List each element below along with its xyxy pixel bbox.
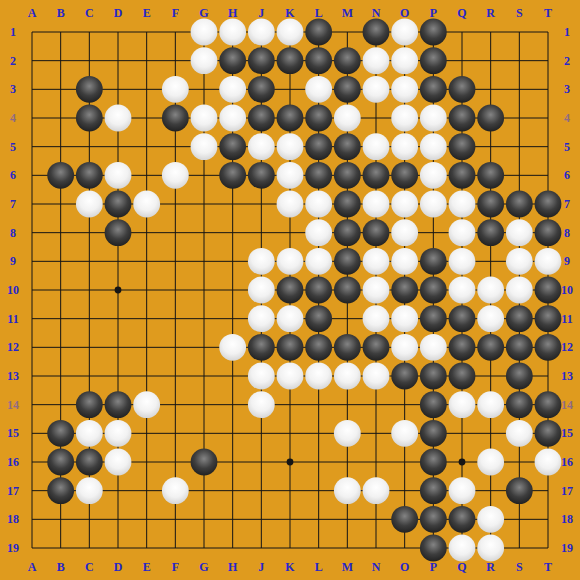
row-label-left-4: 4 xyxy=(10,111,16,126)
stone-black-J2 xyxy=(248,47,275,74)
stone-white-D15 xyxy=(105,420,132,447)
go-board[interactable] xyxy=(0,0,580,580)
row-label-right-15: 15 xyxy=(561,426,573,441)
stone-white-S15 xyxy=(506,420,533,447)
stone-black-C6 xyxy=(76,162,103,189)
stone-white-R10 xyxy=(477,277,504,304)
row-label-left-3: 3 xyxy=(10,82,16,97)
row-label-right-3: 3 xyxy=(564,82,570,97)
col-label-bottom-R: R xyxy=(486,560,495,575)
col-label-bottom-O: O xyxy=(400,560,409,575)
stone-black-P1 xyxy=(420,19,447,46)
row-label-left-15: 15 xyxy=(7,426,19,441)
stone-black-C4 xyxy=(76,105,103,132)
stone-black-M7 xyxy=(334,191,361,218)
stone-black-P13 xyxy=(420,363,447,390)
stone-black-P15 xyxy=(420,420,447,447)
col-label-bottom-F: F xyxy=(172,560,179,575)
stone-white-L9 xyxy=(305,248,332,275)
col-label-top-F: F xyxy=(172,6,179,21)
stone-black-P9 xyxy=(420,248,447,275)
stone-black-S7 xyxy=(506,191,533,218)
col-label-bottom-T: T xyxy=(544,560,552,575)
stone-white-G2 xyxy=(191,47,218,74)
stone-white-K7 xyxy=(277,191,304,218)
stone-white-M4 xyxy=(334,105,361,132)
col-label-bottom-M: M xyxy=(342,560,353,575)
stone-black-M10 xyxy=(334,277,361,304)
stone-black-M8 xyxy=(334,219,361,246)
stone-white-J10 xyxy=(248,277,275,304)
col-label-top-H: H xyxy=(228,6,237,21)
stone-black-Q3 xyxy=(449,76,476,103)
stone-white-L3 xyxy=(305,76,332,103)
stone-black-Q6 xyxy=(449,162,476,189)
row-label-right-5: 5 xyxy=(564,139,570,154)
stone-black-L5 xyxy=(305,133,332,160)
stone-white-J14 xyxy=(248,391,275,418)
stone-black-S14 xyxy=(506,391,533,418)
row-label-left-17: 17 xyxy=(7,483,19,498)
col-label-top-Q: Q xyxy=(457,6,466,21)
stone-black-O18 xyxy=(391,506,418,533)
stone-black-K2 xyxy=(277,47,304,74)
stone-white-Q19 xyxy=(449,535,476,562)
col-label-bottom-N: N xyxy=(372,560,381,575)
col-label-top-M: M xyxy=(342,6,353,21)
stone-black-C3 xyxy=(76,76,103,103)
stone-black-Q4 xyxy=(449,105,476,132)
stone-black-R8 xyxy=(477,219,504,246)
stone-black-M3 xyxy=(334,76,361,103)
stone-black-O13 xyxy=(391,363,418,390)
stone-white-O4 xyxy=(391,105,418,132)
col-label-top-N: N xyxy=(372,6,381,21)
col-label-bottom-S: S xyxy=(516,560,523,575)
stone-black-B17 xyxy=(47,477,74,504)
stone-white-C17 xyxy=(76,477,103,504)
stone-black-K4 xyxy=(277,105,304,132)
stone-white-Q7 xyxy=(449,191,476,218)
row-label-right-7: 7 xyxy=(564,197,570,212)
stone-black-K10 xyxy=(277,277,304,304)
stone-white-O9 xyxy=(391,248,418,275)
stone-white-O11 xyxy=(391,305,418,332)
stone-white-O5 xyxy=(391,133,418,160)
stone-black-B16 xyxy=(47,449,74,476)
col-label-bottom-B: B xyxy=(57,560,65,575)
stone-white-S8 xyxy=(506,219,533,246)
stone-white-H3 xyxy=(219,76,246,103)
stone-white-L13 xyxy=(305,363,332,390)
stone-white-O8 xyxy=(391,219,418,246)
stone-white-K5 xyxy=(277,133,304,160)
stone-white-N17 xyxy=(363,477,390,504)
row-label-right-9: 9 xyxy=(564,254,570,269)
stone-white-O7 xyxy=(391,191,418,218)
stone-black-M12 xyxy=(334,334,361,361)
row-label-left-12: 12 xyxy=(7,340,19,355)
stone-black-R4 xyxy=(477,105,504,132)
row-label-left-19: 19 xyxy=(7,541,19,556)
stone-black-J4 xyxy=(248,105,275,132)
stone-white-J11 xyxy=(248,305,275,332)
stone-white-P12 xyxy=(420,334,447,361)
stone-black-J6 xyxy=(248,162,275,189)
stone-black-T15 xyxy=(535,420,562,447)
stone-white-N5 xyxy=(363,133,390,160)
stone-black-P3 xyxy=(420,76,447,103)
stone-white-N7 xyxy=(363,191,390,218)
row-label-right-2: 2 xyxy=(564,53,570,68)
stone-white-Q14 xyxy=(449,391,476,418)
stone-black-Q12 xyxy=(449,334,476,361)
stone-black-L12 xyxy=(305,334,332,361)
col-label-top-O: O xyxy=(400,6,409,21)
stone-white-Q10 xyxy=(449,277,476,304)
stone-black-J3 xyxy=(248,76,275,103)
row-label-left-7: 7 xyxy=(10,197,16,212)
row-label-left-16: 16 xyxy=(7,455,19,470)
stone-white-M15 xyxy=(334,420,361,447)
stone-black-O10 xyxy=(391,277,418,304)
stone-white-L8 xyxy=(305,219,332,246)
stone-black-Q13 xyxy=(449,363,476,390)
stone-black-P19 xyxy=(420,535,447,562)
stone-white-F6 xyxy=(162,162,189,189)
stone-black-P14 xyxy=(420,391,447,418)
stone-white-N10 xyxy=(363,277,390,304)
stone-white-E14 xyxy=(133,391,160,418)
stone-black-C16 xyxy=(76,449,103,476)
stone-white-L7 xyxy=(305,191,332,218)
col-label-top-E: E xyxy=(143,6,151,21)
stone-white-G4 xyxy=(191,105,218,132)
row-label-left-18: 18 xyxy=(7,512,19,527)
row-label-right-14: 14 xyxy=(561,397,573,412)
stone-white-E7 xyxy=(133,191,160,218)
col-label-bottom-G: G xyxy=(199,560,208,575)
stone-black-T7 xyxy=(535,191,562,218)
stone-black-S17 xyxy=(506,477,533,504)
stone-black-M5 xyxy=(334,133,361,160)
stone-white-J5 xyxy=(248,133,275,160)
stone-black-S12 xyxy=(506,334,533,361)
col-label-bottom-D: D xyxy=(114,560,123,575)
stone-black-M9 xyxy=(334,248,361,275)
stone-black-T10 xyxy=(535,277,562,304)
stone-black-P10 xyxy=(420,277,447,304)
col-label-top-A: A xyxy=(28,6,37,21)
stone-white-M17 xyxy=(334,477,361,504)
stone-white-F3 xyxy=(162,76,189,103)
stone-white-Q9 xyxy=(449,248,476,275)
stone-white-O3 xyxy=(391,76,418,103)
stone-black-R7 xyxy=(477,191,504,218)
stone-black-B6 xyxy=(47,162,74,189)
row-label-left-6: 6 xyxy=(10,168,16,183)
col-label-top-C: C xyxy=(85,6,94,21)
stone-white-H12 xyxy=(219,334,246,361)
stone-black-F4 xyxy=(162,105,189,132)
col-label-top-D: D xyxy=(114,6,123,21)
row-label-right-1: 1 xyxy=(564,25,570,40)
stone-black-L11 xyxy=(305,305,332,332)
stone-white-R14 xyxy=(477,391,504,418)
go-board-app: AABBCCDDEEFFGGHHJJKKLLMMNNOOPPQQRRSSTT11… xyxy=(0,0,580,580)
stone-white-P7 xyxy=(420,191,447,218)
row-label-right-8: 8 xyxy=(564,225,570,240)
stone-white-F17 xyxy=(162,477,189,504)
hoshi-point xyxy=(115,287,122,294)
hoshi-point xyxy=(287,459,294,466)
stone-white-N2 xyxy=(363,47,390,74)
col-label-top-L: L xyxy=(315,6,323,21)
row-label-right-18: 18 xyxy=(561,512,573,527)
col-label-bottom-Q: Q xyxy=(457,560,466,575)
stone-black-D14 xyxy=(105,391,132,418)
stone-white-S9 xyxy=(506,248,533,275)
hoshi-point xyxy=(459,459,466,466)
stone-black-G16 xyxy=(191,449,218,476)
stone-black-H6 xyxy=(219,162,246,189)
row-label-right-12: 12 xyxy=(561,340,573,355)
stone-white-O15 xyxy=(391,420,418,447)
stone-white-K6 xyxy=(277,162,304,189)
stone-white-R16 xyxy=(477,449,504,476)
stone-black-N1 xyxy=(363,19,390,46)
stone-black-L2 xyxy=(305,47,332,74)
stone-white-J9 xyxy=(248,248,275,275)
stone-white-P5 xyxy=(420,133,447,160)
col-label-top-S: S xyxy=(516,6,523,21)
row-label-left-10: 10 xyxy=(7,283,19,298)
stone-black-L1 xyxy=(305,19,332,46)
col-label-top-K: K xyxy=(285,6,294,21)
col-label-bottom-J: J xyxy=(258,560,264,575)
stone-black-Q18 xyxy=(449,506,476,533)
stone-white-D4 xyxy=(105,105,132,132)
stone-black-C14 xyxy=(76,391,103,418)
stone-black-T12 xyxy=(535,334,562,361)
stone-white-Q17 xyxy=(449,477,476,504)
stone-white-D16 xyxy=(105,449,132,476)
col-label-top-T: T xyxy=(544,6,552,21)
row-label-right-4: 4 xyxy=(564,111,570,126)
stone-white-R18 xyxy=(477,506,504,533)
row-label-left-13: 13 xyxy=(7,369,19,384)
row-label-right-13: 13 xyxy=(561,369,573,384)
stone-white-K9 xyxy=(277,248,304,275)
stone-white-K13 xyxy=(277,363,304,390)
stone-black-P17 xyxy=(420,477,447,504)
stone-white-J1 xyxy=(248,19,275,46)
stone-black-N6 xyxy=(363,162,390,189)
col-label-top-G: G xyxy=(199,6,208,21)
stone-white-O12 xyxy=(391,334,418,361)
stone-white-S10 xyxy=(506,277,533,304)
stone-white-O2 xyxy=(391,47,418,74)
stone-black-N12 xyxy=(363,334,390,361)
stone-black-P16 xyxy=(420,449,447,476)
stone-black-T11 xyxy=(535,305,562,332)
stone-black-B15 xyxy=(47,420,74,447)
stone-black-T8 xyxy=(535,219,562,246)
row-label-right-16: 16 xyxy=(561,455,573,470)
stone-white-H4 xyxy=(219,105,246,132)
col-label-bottom-K: K xyxy=(285,560,294,575)
stone-black-M6 xyxy=(334,162,361,189)
stone-black-L10 xyxy=(305,277,332,304)
stone-black-D7 xyxy=(105,191,132,218)
stone-black-P18 xyxy=(420,506,447,533)
stone-white-G1 xyxy=(191,19,218,46)
stone-white-C7 xyxy=(76,191,103,218)
col-label-top-J: J xyxy=(258,6,264,21)
row-label-left-11: 11 xyxy=(7,311,18,326)
stone-black-L6 xyxy=(305,162,332,189)
stone-white-Q8 xyxy=(449,219,476,246)
col-label-top-B: B xyxy=(57,6,65,21)
stone-black-R12 xyxy=(477,334,504,361)
stone-white-N13 xyxy=(363,363,390,390)
row-label-left-2: 2 xyxy=(10,53,16,68)
stone-black-Q5 xyxy=(449,133,476,160)
row-label-right-17: 17 xyxy=(561,483,573,498)
col-label-bottom-P: P xyxy=(430,560,437,575)
stone-white-G5 xyxy=(191,133,218,160)
stone-white-D6 xyxy=(105,162,132,189)
stone-black-O6 xyxy=(391,162,418,189)
stone-black-L4 xyxy=(305,105,332,132)
row-label-left-1: 1 xyxy=(10,25,16,40)
col-label-bottom-A: A xyxy=(28,560,37,575)
stone-black-K12 xyxy=(277,334,304,361)
stone-white-K11 xyxy=(277,305,304,332)
stone-white-C15 xyxy=(76,420,103,447)
row-label-right-19: 19 xyxy=(561,541,573,556)
stone-black-J12 xyxy=(248,334,275,361)
row-label-right-11: 11 xyxy=(561,311,572,326)
stone-black-D8 xyxy=(105,219,132,246)
stone-black-S11 xyxy=(506,305,533,332)
stone-black-S13 xyxy=(506,363,533,390)
stone-white-M13 xyxy=(334,363,361,390)
stone-white-K1 xyxy=(277,19,304,46)
stone-white-P4 xyxy=(420,105,447,132)
stone-white-O1 xyxy=(391,19,418,46)
row-label-left-8: 8 xyxy=(10,225,16,240)
stone-white-P6 xyxy=(420,162,447,189)
stone-white-N3 xyxy=(363,76,390,103)
stone-black-N8 xyxy=(363,219,390,246)
stone-white-R19 xyxy=(477,535,504,562)
stone-black-P11 xyxy=(420,305,447,332)
stone-white-T16 xyxy=(535,449,562,476)
row-label-right-10: 10 xyxy=(561,283,573,298)
stone-white-N11 xyxy=(363,305,390,332)
row-label-left-9: 9 xyxy=(10,254,16,269)
row-label-left-5: 5 xyxy=(10,139,16,154)
col-label-bottom-L: L xyxy=(315,560,323,575)
stone-black-P2 xyxy=(420,47,447,74)
stone-black-T14 xyxy=(535,391,562,418)
col-label-bottom-C: C xyxy=(85,560,94,575)
stone-black-H5 xyxy=(219,133,246,160)
col-label-bottom-E: E xyxy=(143,560,151,575)
stone-white-J13 xyxy=(248,363,275,390)
stone-black-R6 xyxy=(477,162,504,189)
stone-black-H2 xyxy=(219,47,246,74)
row-label-right-6: 6 xyxy=(564,168,570,183)
col-label-bottom-H: H xyxy=(228,560,237,575)
stone-white-R11 xyxy=(477,305,504,332)
stone-white-H1 xyxy=(219,19,246,46)
stone-black-M2 xyxy=(334,47,361,74)
row-label-left-14: 14 xyxy=(7,397,19,412)
stone-black-Q11 xyxy=(449,305,476,332)
stone-white-T9 xyxy=(535,248,562,275)
stone-white-N9 xyxy=(363,248,390,275)
col-label-top-R: R xyxy=(486,6,495,21)
col-label-top-P: P xyxy=(430,6,437,21)
